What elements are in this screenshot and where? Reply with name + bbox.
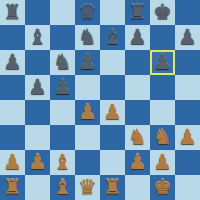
square-a1[interactable]: ♜ bbox=[0, 175, 25, 200]
square-c8[interactable] bbox=[50, 0, 75, 25]
square-c5[interactable]: ♟ bbox=[50, 75, 75, 100]
piece-black-pawn[interactable]: ♟ bbox=[78, 50, 97, 75]
piece-white-bishop[interactable]: ♝ bbox=[53, 150, 72, 175]
piece-black-pawn[interactable]: ♟ bbox=[153, 50, 172, 75]
square-b7[interactable]: ♝ bbox=[25, 25, 50, 50]
square-h4[interactable] bbox=[175, 100, 200, 125]
square-a7[interactable] bbox=[0, 25, 25, 50]
square-g1[interactable]: ♚ bbox=[150, 175, 175, 200]
square-d4[interactable]: ♟ bbox=[75, 100, 100, 125]
piece-black-pawn[interactable]: ♟ bbox=[178, 25, 197, 50]
square-h5[interactable] bbox=[175, 75, 200, 100]
square-b5[interactable]: ♟ bbox=[25, 75, 50, 100]
square-e3[interactable] bbox=[100, 125, 125, 150]
square-c3[interactable] bbox=[50, 125, 75, 150]
square-g4[interactable] bbox=[150, 100, 175, 125]
square-d1[interactable]: ♛ bbox=[75, 175, 100, 200]
piece-white-bishop[interactable]: ♝ bbox=[53, 175, 72, 200]
square-d5[interactable] bbox=[75, 75, 100, 100]
square-f5[interactable] bbox=[125, 75, 150, 100]
square-a2[interactable]: ♟ bbox=[0, 150, 25, 175]
square-d3[interactable] bbox=[75, 125, 100, 150]
square-e2[interactable] bbox=[100, 150, 125, 175]
chess-board: ♜♛♜♚♝♞♝♟♟♟♞♟♟♟♟♟♟♞♞♟♟♟♝♟♟♜♝♛♜♚ bbox=[0, 0, 200, 200]
piece-black-pawn[interactable]: ♟ bbox=[128, 25, 147, 50]
square-e7[interactable]: ♝ bbox=[100, 25, 125, 50]
square-f6[interactable] bbox=[125, 50, 150, 75]
square-h7[interactable]: ♟ bbox=[175, 25, 200, 50]
square-e4[interactable]: ♟ bbox=[100, 100, 125, 125]
piece-white-rook[interactable]: ♜ bbox=[3, 175, 22, 200]
piece-white-rook[interactable]: ♜ bbox=[103, 175, 122, 200]
square-e8[interactable] bbox=[100, 0, 125, 25]
square-a5[interactable] bbox=[0, 75, 25, 100]
square-b1[interactable] bbox=[25, 175, 50, 200]
piece-black-pawn[interactable]: ♟ bbox=[53, 75, 72, 100]
square-e6[interactable] bbox=[100, 50, 125, 75]
square-h6[interactable] bbox=[175, 50, 200, 75]
piece-white-pawn[interactable]: ♟ bbox=[178, 125, 197, 150]
piece-white-pawn[interactable]: ♟ bbox=[103, 100, 122, 125]
piece-white-king[interactable]: ♚ bbox=[153, 175, 172, 200]
square-d7[interactable]: ♞ bbox=[75, 25, 100, 50]
square-h3[interactable]: ♟ bbox=[175, 125, 200, 150]
piece-black-bishop[interactable]: ♝ bbox=[28, 25, 47, 50]
square-g2[interactable]: ♟ bbox=[150, 150, 175, 175]
square-f2[interactable]: ♟ bbox=[125, 150, 150, 175]
piece-black-rook[interactable]: ♜ bbox=[3, 0, 22, 25]
square-d8[interactable]: ♛ bbox=[75, 0, 100, 25]
square-b8[interactable] bbox=[25, 0, 50, 25]
piece-white-queen[interactable]: ♛ bbox=[78, 175, 97, 200]
piece-black-bishop[interactable]: ♝ bbox=[103, 25, 122, 50]
square-f7[interactable]: ♟ bbox=[125, 25, 150, 50]
square-b3[interactable] bbox=[25, 125, 50, 150]
piece-white-pawn[interactable]: ♟ bbox=[3, 150, 22, 175]
square-c6[interactable]: ♞ bbox=[50, 50, 75, 75]
square-h8[interactable] bbox=[175, 0, 200, 25]
square-b2[interactable]: ♟ bbox=[25, 150, 50, 175]
square-g8[interactable]: ♚ bbox=[150, 0, 175, 25]
square-d2[interactable] bbox=[75, 150, 100, 175]
piece-black-knight[interactable]: ♞ bbox=[78, 25, 97, 50]
square-f1[interactable] bbox=[125, 175, 150, 200]
square-a4[interactable] bbox=[0, 100, 25, 125]
square-e1[interactable]: ♜ bbox=[100, 175, 125, 200]
square-f8[interactable]: ♜ bbox=[125, 0, 150, 25]
square-g7[interactable] bbox=[150, 25, 175, 50]
piece-white-pawn[interactable]: ♟ bbox=[153, 150, 172, 175]
square-b6[interactable] bbox=[25, 50, 50, 75]
square-a8[interactable]: ♜ bbox=[0, 0, 25, 25]
piece-white-pawn[interactable]: ♟ bbox=[78, 100, 97, 125]
square-d6[interactable]: ♟ bbox=[75, 50, 100, 75]
square-b4[interactable] bbox=[25, 100, 50, 125]
piece-black-knight[interactable]: ♞ bbox=[53, 50, 72, 75]
piece-white-knight[interactable]: ♞ bbox=[153, 125, 172, 150]
piece-black-queen[interactable]: ♛ bbox=[78, 0, 97, 25]
square-e5[interactable] bbox=[100, 75, 125, 100]
square-c2[interactable]: ♝ bbox=[50, 150, 75, 175]
square-a3[interactable] bbox=[0, 125, 25, 150]
square-a6[interactable]: ♟ bbox=[0, 50, 25, 75]
square-f3[interactable]: ♞ bbox=[125, 125, 150, 150]
chess-app: ♜♛♜♚♝♞♝♟♟♟♞♟♟♟♟♟♟♞♞♟♟♟♝♟♟♜♝♛♜♚ bbox=[0, 0, 200, 200]
piece-black-pawn[interactable]: ♟ bbox=[28, 75, 47, 100]
square-g5[interactable] bbox=[150, 75, 175, 100]
square-f4[interactable] bbox=[125, 100, 150, 125]
square-c4[interactable] bbox=[50, 100, 75, 125]
square-c1[interactable]: ♝ bbox=[50, 175, 75, 200]
square-g6[interactable]: ♟ bbox=[150, 50, 175, 75]
square-h1[interactable] bbox=[175, 175, 200, 200]
piece-white-pawn[interactable]: ♟ bbox=[128, 150, 147, 175]
piece-black-king[interactable]: ♚ bbox=[153, 0, 172, 25]
square-h2[interactable] bbox=[175, 150, 200, 175]
square-c7[interactable] bbox=[50, 25, 75, 50]
square-g3[interactable]: ♞ bbox=[150, 125, 175, 150]
piece-white-knight[interactable]: ♞ bbox=[128, 125, 147, 150]
piece-black-pawn[interactable]: ♟ bbox=[3, 50, 22, 75]
piece-white-pawn[interactable]: ♟ bbox=[28, 150, 47, 175]
piece-black-rook[interactable]: ♜ bbox=[128, 0, 147, 25]
